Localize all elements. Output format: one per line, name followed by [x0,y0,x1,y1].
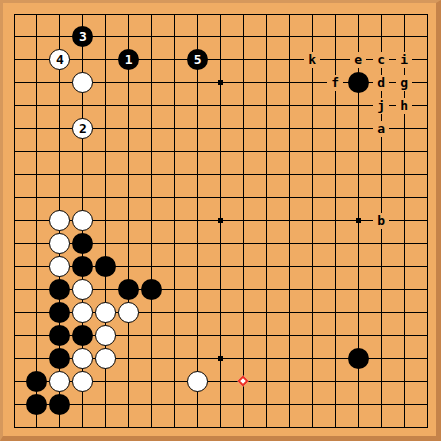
stone-white: 4 [49,49,70,70]
stone-black: 5 [187,49,208,70]
grid-line-horizontal [14,404,428,405]
point-label-g: g [396,75,412,91]
stone-black [49,348,70,369]
stone-black [118,279,139,300]
stone-black [72,256,93,277]
red-diamond-icon [238,375,249,386]
point-label-f: f [327,75,343,91]
stone-black [348,348,369,369]
grid-line-vertical [289,14,290,428]
stone-black [141,279,162,300]
hoshi-point [218,356,223,361]
stone-black [26,394,47,415]
stone-white [49,256,70,277]
stone-white [49,371,70,392]
stone-black [49,279,70,300]
hoshi-point [218,80,223,85]
grid-line-vertical [266,14,267,428]
stone-white [72,279,93,300]
stone-black [95,256,116,277]
point-label-j: j [373,98,389,114]
stone-white [72,371,93,392]
hoshi-point [218,218,223,223]
point-label-c: c [373,52,389,68]
stone-black [26,371,47,392]
stone-white: 2 [72,118,93,139]
hoshi-point [356,218,361,223]
stone-black [72,233,93,254]
move-number: 3 [79,30,87,43]
grid-line-vertical [427,14,428,428]
stone-white [72,302,93,323]
move-number: 4 [56,53,64,66]
stone-white [72,72,93,93]
stone-white [72,348,93,369]
move-number: 2 [79,122,87,135]
point-label-h: h [396,98,412,114]
stone-black: 3 [72,26,93,47]
grid-line-vertical [312,14,313,428]
stone-white [95,348,116,369]
stone-black [49,325,70,346]
stone-white [118,302,139,323]
stone-black [348,72,369,93]
point-label-b: b [373,213,389,229]
point-label-d: d [373,75,389,91]
red-diamond-marker [236,374,250,388]
grid-line-vertical [243,14,244,428]
stone-white [95,302,116,323]
stone-white [49,233,70,254]
stone-black [72,325,93,346]
grid-line-horizontal [14,427,428,428]
stone-white [187,371,208,392]
point-label-e: e [350,52,366,68]
stone-white [72,210,93,231]
move-number: 1 [125,53,133,66]
stone-white [95,325,116,346]
stone-white [49,210,70,231]
point-label-i: i [396,52,412,68]
stone-black [49,302,70,323]
point-label-a: a [373,121,389,137]
point-label-k: k [304,52,320,68]
stone-black [49,394,70,415]
go-board: abcdefghijk34152 [0,0,441,441]
stone-black: 1 [118,49,139,70]
move-number: 5 [194,53,202,66]
